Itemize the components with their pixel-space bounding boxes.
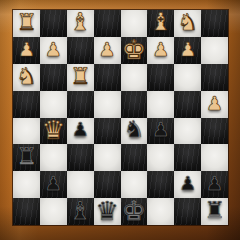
square-b4[interactable]: [40, 91, 67, 118]
black-rook[interactable]: ♜: [204, 199, 225, 222]
square-e2[interactable]: ♚: [121, 37, 148, 64]
square-b7[interactable]: ♟: [40, 171, 67, 198]
white-pawn[interactable]: ♟: [45, 40, 62, 59]
square-c8[interactable]: ♝: [67, 198, 94, 225]
black-queen[interactable]: ♛: [95, 198, 118, 224]
square-h1[interactable]: [201, 10, 228, 37]
square-d2[interactable]: ♟: [94, 37, 121, 64]
black-king[interactable]: ♚: [122, 197, 146, 224]
square-e1[interactable]: [121, 10, 148, 37]
square-g3[interactable]: [174, 64, 201, 91]
white-pawn[interactable]: ♟: [18, 40, 35, 59]
square-h8[interactable]: ♜: [201, 198, 228, 225]
square-d4[interactable]: [94, 91, 121, 118]
square-c4[interactable]: [67, 91, 94, 118]
black-bishop[interactable]: ♝: [69, 199, 91, 223]
square-e6[interactable]: [121, 144, 148, 171]
square-a2[interactable]: ♟: [13, 37, 40, 64]
square-f3[interactable]: [147, 64, 174, 91]
square-f8[interactable]: [147, 198, 174, 225]
black-knight[interactable]: ♞: [124, 118, 145, 141]
square-b6[interactable]: [40, 144, 67, 171]
square-b3[interactable]: [40, 64, 67, 91]
square-c7[interactable]: [67, 171, 94, 198]
square-b8[interactable]: [40, 198, 67, 225]
square-g8[interactable]: [174, 198, 201, 225]
square-b2[interactable]: ♟: [40, 37, 67, 64]
white-rook[interactable]: ♜: [70, 65, 91, 88]
square-h2[interactable]: [201, 37, 228, 64]
black-pawn[interactable]: ♟: [179, 174, 196, 193]
square-b1[interactable]: [40, 10, 67, 37]
white-rook[interactable]: ♜: [16, 11, 37, 34]
square-c3[interactable]: ♜: [67, 64, 94, 91]
square-d6[interactable]: [94, 144, 121, 171]
square-a4[interactable]: [13, 91, 40, 118]
white-knight[interactable]: ♞: [16, 65, 37, 88]
square-a5[interactable]: [13, 118, 40, 145]
square-c1[interactable]: ♝: [67, 10, 94, 37]
square-f7[interactable]: [147, 171, 174, 198]
square-e5[interactable]: ♞: [121, 118, 148, 145]
square-c2[interactable]: [67, 37, 94, 64]
black-pawn[interactable]: ♟: [206, 174, 223, 193]
chess-board: ♜♝♝♞♟♟♟♚♟♟♞♜♟♛♟♞♟♜♟♟♟♝♛♚♜: [13, 10, 228, 225]
square-e7[interactable]: [121, 171, 148, 198]
white-pawn[interactable]: ♟: [99, 40, 116, 59]
square-f6[interactable]: [147, 144, 174, 171]
square-a1[interactable]: ♜: [13, 10, 40, 37]
square-h6[interactable]: [201, 144, 228, 171]
white-king[interactable]: ♚: [122, 36, 146, 63]
square-h3[interactable]: [201, 64, 228, 91]
square-h4[interactable]: ♟: [201, 91, 228, 118]
square-d7[interactable]: [94, 171, 121, 198]
white-queen[interactable]: ♛: [42, 117, 65, 143]
square-g1[interactable]: ♞: [174, 10, 201, 37]
square-c5[interactable]: ♟: [67, 118, 94, 145]
square-f1[interactable]: ♝: [147, 10, 174, 37]
square-d1[interactable]: [94, 10, 121, 37]
black-pawn[interactable]: ♟: [152, 120, 169, 139]
square-h7[interactable]: ♟: [201, 171, 228, 198]
square-h5[interactable]: [201, 118, 228, 145]
square-a8[interactable]: [13, 198, 40, 225]
white-bishop[interactable]: ♝: [150, 10, 172, 34]
square-a7[interactable]: [13, 171, 40, 198]
square-f4[interactable]: [147, 91, 174, 118]
square-g7[interactable]: ♟: [174, 171, 201, 198]
white-bishop[interactable]: ♝: [69, 10, 91, 34]
square-a3[interactable]: ♞: [13, 64, 40, 91]
square-g4[interactable]: [174, 91, 201, 118]
white-pawn[interactable]: ♟: [152, 40, 169, 59]
white-pawn[interactable]: ♟: [206, 94, 223, 113]
wooden-frame: ♜♝♝♞♟♟♟♚♟♟♞♜♟♛♟♞♟♜♟♟♟♝♛♚♜: [0, 0, 240, 240]
black-pawn[interactable]: ♟: [72, 120, 89, 139]
square-d3[interactable]: [94, 64, 121, 91]
white-pawn[interactable]: ♟: [179, 40, 196, 59]
square-f2[interactable]: ♟: [147, 37, 174, 64]
black-pawn[interactable]: ♟: [45, 174, 62, 193]
square-a6[interactable]: ♜: [13, 144, 40, 171]
square-e3[interactable]: [121, 64, 148, 91]
square-g5[interactable]: [174, 118, 201, 145]
square-e4[interactable]: [121, 91, 148, 118]
square-d8[interactable]: ♛: [94, 198, 121, 225]
square-c6[interactable]: [67, 144, 94, 171]
square-g6[interactable]: [174, 144, 201, 171]
white-knight[interactable]: ♞: [177, 11, 198, 34]
square-f5[interactable]: ♟: [147, 118, 174, 145]
square-b5[interactable]: ♛: [40, 118, 67, 145]
square-d5[interactable]: [94, 118, 121, 145]
square-g2[interactable]: ♟: [174, 37, 201, 64]
black-rook[interactable]: ♜: [16, 145, 37, 168]
square-e8[interactable]: ♚: [121, 198, 148, 225]
